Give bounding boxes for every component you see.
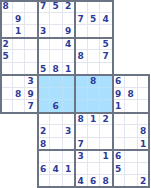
sudoku-cell-given: 9 [13, 13, 26, 26]
grid-border-line [37, 149, 151, 151]
sudoku-cell-given: 5 [88, 13, 101, 26]
sudoku-cell-given: 4 [50, 163, 63, 176]
sudoku-cell-empty[interactable] [75, 75, 88, 88]
sudoku-cell-empty[interactable] [113, 113, 126, 126]
sudoku-cell-given: 7 [75, 13, 88, 26]
sudoku-cell-empty[interactable] [88, 50, 101, 63]
sudoku-cell-empty[interactable] [50, 50, 63, 63]
grid-border-line [37, 74, 39, 188]
grid-border-line [148, 74, 150, 188]
sudoku-cell-given: 8 [75, 50, 88, 63]
sudoku-cell-empty[interactable] [50, 13, 63, 26]
sudoku-cell-empty[interactable] [88, 38, 101, 51]
grid-border-line [0, 37, 114, 39]
sudoku-cell-empty[interactable] [88, 150, 101, 163]
sudoku-cell-empty[interactable] [125, 125, 138, 138]
sudoku-cell-empty[interactable] [13, 75, 26, 88]
grid-border-line [0, 0, 114, 2]
sudoku-cell-given: 5 [113, 163, 126, 176]
sudoku-cell-empty[interactable] [88, 125, 101, 138]
sudoku-cell-given: 1 [88, 113, 101, 126]
sudoku-cell-empty[interactable] [13, 50, 26, 63]
sudoku-cell-given: 9 [113, 88, 126, 101]
sudoku-cell-given: 6 [113, 75, 126, 88]
sudoku-cell-given: 8 [125, 88, 138, 101]
sudoku-cell-given: 8 [13, 88, 26, 101]
grid-border-line [37, 112, 151, 114]
sudoku-cell-empty[interactable] [38, 38, 51, 51]
sudoku-cell-given: 3 [75, 150, 88, 163]
sudoku-cell-empty[interactable] [38, 75, 51, 88]
sudoku-cell-given: 6 [38, 163, 51, 176]
grid-border-line [74, 74, 76, 188]
grid-border-line [37, 186, 151, 188]
sudoku-cell-empty[interactable] [50, 75, 63, 88]
sudoku-cell-empty[interactable] [125, 113, 138, 126]
sudoku-cell-empty[interactable] [50, 88, 63, 101]
grid-border-line [0, 0, 2, 114]
sudoku-cell-given: 8 [88, 75, 101, 88]
sudoku-cell-empty[interactable] [125, 150, 138, 163]
sudoku-cell-given: 8 [75, 113, 88, 126]
sudoku-cell-empty[interactable] [125, 163, 138, 176]
sudoku-cell-empty[interactable] [50, 125, 63, 138]
sudoku-cell-empty[interactable] [75, 88, 88, 101]
sudoku-cell-empty[interactable] [50, 38, 63, 51]
sudoku-cell-empty[interactable] [88, 163, 101, 176]
sudoku-cell-empty[interactable] [75, 163, 88, 176]
sudoku-cell-empty[interactable] [13, 38, 26, 51]
sudoku-cell-empty[interactable] [38, 113, 51, 126]
sudoku-cell-empty[interactable] [75, 38, 88, 51]
sudoku-cell-empty[interactable] [50, 113, 63, 126]
sudoku-cell-empty[interactable] [88, 88, 101, 101]
sudoku-cell-given: 2 [38, 125, 51, 138]
sudoku-cell-empty[interactable] [75, 125, 88, 138]
grid-border-line [37, 74, 151, 76]
sudoku-board: 8752975413924558758138689987618122388713… [0, 0, 150, 188]
sudoku-cell-empty[interactable] [125, 75, 138, 88]
sudoku-cell-given: 6 [113, 150, 126, 163]
sudoku-cell-empty[interactable] [38, 13, 51, 26]
sudoku-cell-empty[interactable] [38, 50, 51, 63]
grid-border-line [112, 74, 114, 188]
sudoku-cell-empty[interactable] [113, 125, 126, 138]
sudoku-cell-empty[interactable] [50, 150, 63, 163]
sudoku-cell-empty[interactable] [38, 150, 51, 163]
sudoku-cell-empty[interactable] [38, 88, 51, 101]
